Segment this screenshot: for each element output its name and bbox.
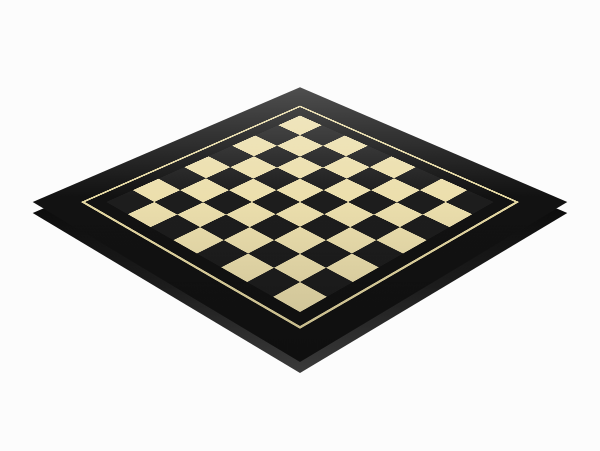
photo-background — [0, 0, 600, 451]
chessboard — [33, 87, 568, 362]
